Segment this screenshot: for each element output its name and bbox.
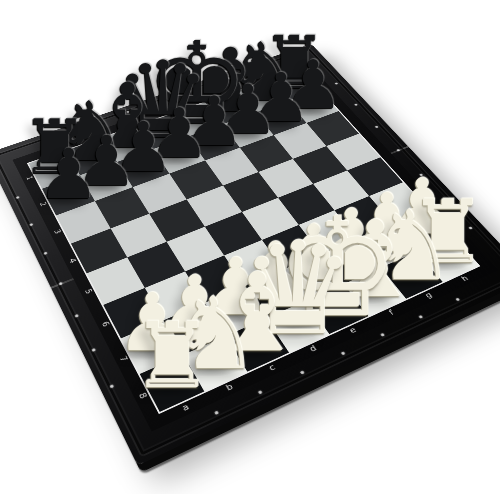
piece-white-rook-a8[interactable]: ♜ [131, 311, 213, 402]
product-photo-stage: abcdefgh 12345678 ♜♞♝♛♚♝♞♜♟♟♟♟♟♟♟♟♟♟♟♟♟♟… [0, 0, 500, 494]
piece-black-pawn-a2[interactable]: ♟ [37, 140, 99, 209]
